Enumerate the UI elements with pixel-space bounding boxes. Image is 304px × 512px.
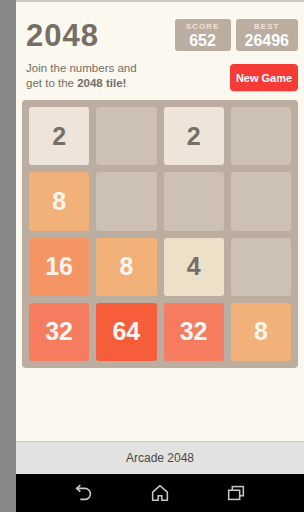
score-box: SCORE 652 (175, 19, 231, 51)
tile-r2c1: 8 (29, 172, 89, 230)
new-game-button[interactable]: New Game (230, 64, 298, 91)
score-value: 652 (184, 32, 222, 49)
instructions-goal: 2048 tile! (77, 77, 126, 89)
app-screen: 2048 SCORE 652 BEST 26496 Join the numbe… (16, 0, 304, 512)
tile-r4c1: 32 (29, 303, 89, 361)
android-nav-bar (16, 474, 304, 512)
back-button[interactable] (73, 482, 95, 504)
recents-button[interactable] (225, 482, 247, 504)
tile-r4c2: 64 (96, 303, 156, 361)
instructions-line1: Join the numbers and (26, 62, 137, 74)
home-icon (149, 482, 171, 504)
score-label: SCORE (184, 22, 222, 32)
tile-r2c3 (164, 172, 224, 230)
home-button[interactable] (149, 482, 171, 504)
best-score-box: BEST 26496 (236, 19, 299, 51)
back-arrow-icon (73, 482, 95, 504)
tile-r2c2 (96, 172, 156, 230)
ad-banner[interactable]: Arcade 2048 (16, 441, 304, 474)
best-label: BEST (245, 22, 290, 32)
instructions-line2: get to the (26, 77, 77, 89)
tile-r4c3: 32 (164, 303, 224, 361)
ad-banner-text: Arcade 2048 (126, 451, 194, 465)
tile-r3c1: 16 (29, 238, 89, 296)
game-board[interactable]: 2 2 8 16 8 4 32 64 32 8 (22, 100, 298, 368)
tile-r3c2: 8 (96, 238, 156, 296)
game-header: 2048 SCORE 652 BEST 26496 Join the numbe… (16, 0, 304, 100)
score-panel: SCORE 652 BEST 26496 (175, 19, 299, 51)
tile-r1c3: 2 (164, 107, 224, 165)
tile-r2c4 (231, 172, 291, 230)
game-instructions: Join the numbers and get to the 2048 til… (26, 61, 137, 91)
tile-r1c1: 2 (29, 107, 89, 165)
tile-r3c3: 4 (164, 238, 224, 296)
tile-r4c4: 8 (231, 303, 291, 361)
tile-r1c2 (96, 107, 156, 165)
recent-apps-icon (225, 482, 247, 504)
page-title: 2048 (26, 18, 99, 54)
best-value: 26496 (245, 32, 290, 49)
tile-r3c4 (231, 238, 291, 296)
tile-r1c4 (231, 107, 291, 165)
